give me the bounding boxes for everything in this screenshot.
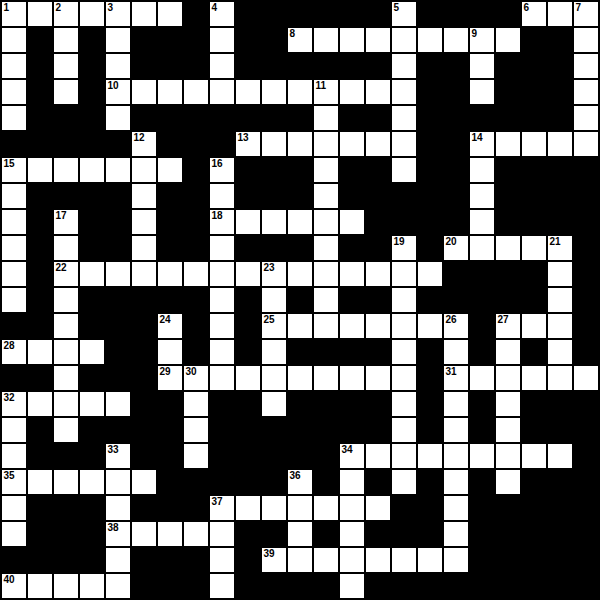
letter-cell[interactable] xyxy=(287,209,313,235)
letter-cell[interactable] xyxy=(209,79,235,105)
block-cell xyxy=(27,131,53,157)
letter-cell[interactable] xyxy=(209,521,235,547)
letter-cell[interactable] xyxy=(443,521,469,547)
letter-cell[interactable] xyxy=(391,443,417,469)
letter-cell[interactable] xyxy=(547,443,573,469)
letter-cell[interactable] xyxy=(443,339,469,365)
letter-cell[interactable] xyxy=(339,547,365,573)
letter-cell[interactable] xyxy=(391,27,417,53)
letter-cell[interactable] xyxy=(391,313,417,339)
letter-cell[interactable] xyxy=(131,261,157,287)
letter-cell[interactable] xyxy=(209,261,235,287)
letter-cell[interactable] xyxy=(547,261,573,287)
letter-cell[interactable]: 3 xyxy=(105,1,131,27)
letter-cell[interactable] xyxy=(27,157,53,183)
letter-cell[interactable] xyxy=(261,287,287,313)
letter-cell[interactable] xyxy=(573,365,599,391)
block-cell xyxy=(469,287,495,313)
letter-cell[interactable]: 32 xyxy=(1,391,27,417)
letter-cell[interactable] xyxy=(209,573,235,599)
letter-cell[interactable] xyxy=(27,469,53,495)
letter-cell[interactable] xyxy=(287,131,313,157)
clue-number: 18 xyxy=(212,210,223,221)
letter-cell[interactable] xyxy=(79,1,105,27)
letter-cell[interactable] xyxy=(79,157,105,183)
letter-cell[interactable] xyxy=(573,27,599,53)
block-cell xyxy=(469,495,495,521)
letter-cell[interactable] xyxy=(261,131,287,157)
letter-cell[interactable] xyxy=(157,521,183,547)
block-cell xyxy=(261,157,287,183)
letter-cell[interactable]: 37 xyxy=(209,495,235,521)
letter-cell[interactable]: 19 xyxy=(391,235,417,261)
letter-cell[interactable] xyxy=(573,79,599,105)
letter-cell[interactable] xyxy=(53,235,79,261)
letter-cell[interactable] xyxy=(261,391,287,417)
letter-cell[interactable] xyxy=(1,443,27,469)
letter-cell[interactable] xyxy=(313,495,339,521)
letter-cell[interactable] xyxy=(469,443,495,469)
letter-cell[interactable] xyxy=(53,365,79,391)
letter-cell[interactable] xyxy=(547,339,573,365)
letter-cell[interactable]: 16 xyxy=(209,157,235,183)
letter-cell[interactable]: 12 xyxy=(131,131,157,157)
letter-cell[interactable] xyxy=(79,469,105,495)
block-cell xyxy=(157,235,183,261)
letter-cell[interactable] xyxy=(105,469,131,495)
letter-cell[interactable]: 25 xyxy=(261,313,287,339)
letter-cell[interactable] xyxy=(417,313,443,339)
block-cell xyxy=(417,105,443,131)
letter-cell[interactable] xyxy=(53,417,79,443)
letter-cell[interactable] xyxy=(105,391,131,417)
block-cell xyxy=(79,209,105,235)
block-cell xyxy=(157,573,183,599)
letter-cell[interactable] xyxy=(105,157,131,183)
letter-cell[interactable] xyxy=(1,235,27,261)
letter-cell[interactable] xyxy=(235,79,261,105)
letter-cell[interactable]: 38 xyxy=(105,521,131,547)
letter-cell[interactable] xyxy=(391,547,417,573)
letter-cell[interactable] xyxy=(365,495,391,521)
block-cell xyxy=(547,573,573,599)
letter-cell[interactable] xyxy=(469,183,495,209)
letter-cell[interactable] xyxy=(287,365,313,391)
letter-cell[interactable] xyxy=(131,183,157,209)
letter-cell[interactable] xyxy=(339,573,365,599)
letter-cell[interactable] xyxy=(443,495,469,521)
letter-cell[interactable] xyxy=(53,27,79,53)
block-cell xyxy=(157,53,183,79)
letter-cell[interactable] xyxy=(1,105,27,131)
letter-cell[interactable] xyxy=(1,521,27,547)
letter-cell[interactable] xyxy=(417,27,443,53)
letter-cell[interactable] xyxy=(547,1,573,27)
letter-cell[interactable] xyxy=(339,365,365,391)
block-cell xyxy=(339,339,365,365)
letter-cell[interactable]: 11 xyxy=(313,79,339,105)
block-cell xyxy=(573,521,599,547)
letter-cell[interactable] xyxy=(469,53,495,79)
letter-cell[interactable]: 8 xyxy=(287,27,313,53)
letter-cell[interactable] xyxy=(365,313,391,339)
letter-cell[interactable] xyxy=(183,417,209,443)
letter-cell[interactable] xyxy=(313,209,339,235)
block-cell xyxy=(157,287,183,313)
letter-cell[interactable] xyxy=(261,209,287,235)
letter-cell[interactable] xyxy=(1,495,27,521)
letter-cell[interactable] xyxy=(261,365,287,391)
letter-cell[interactable] xyxy=(131,235,157,261)
letter-cell[interactable]: 22 xyxy=(53,261,79,287)
letter-cell[interactable] xyxy=(313,261,339,287)
letter-cell[interactable] xyxy=(209,27,235,53)
letter-cell[interactable] xyxy=(495,365,521,391)
letter-cell[interactable] xyxy=(391,79,417,105)
letter-cell[interactable] xyxy=(157,157,183,183)
letter-cell[interactable] xyxy=(105,573,131,599)
letter-cell[interactable] xyxy=(131,157,157,183)
letter-cell[interactable]: 33 xyxy=(105,443,131,469)
letter-cell[interactable] xyxy=(235,495,261,521)
block-cell xyxy=(105,209,131,235)
letter-cell[interactable] xyxy=(183,79,209,105)
letter-cell[interactable] xyxy=(391,261,417,287)
letter-cell[interactable] xyxy=(287,521,313,547)
letter-cell[interactable] xyxy=(183,521,209,547)
letter-cell[interactable] xyxy=(79,261,105,287)
letter-cell[interactable] xyxy=(105,105,131,131)
letter-cell[interactable] xyxy=(209,365,235,391)
letter-cell[interactable]: 18 xyxy=(209,209,235,235)
letter-cell[interactable] xyxy=(105,27,131,53)
letter-cell[interactable]: 5 xyxy=(391,1,417,27)
letter-cell[interactable] xyxy=(209,339,235,365)
letter-cell[interactable]: 20 xyxy=(443,235,469,261)
letter-cell[interactable] xyxy=(105,495,131,521)
letter-cell[interactable]: 40 xyxy=(1,573,27,599)
letter-cell[interactable] xyxy=(365,443,391,469)
letter-cell[interactable] xyxy=(183,443,209,469)
clue-number: 36 xyxy=(290,470,301,481)
letter-cell[interactable] xyxy=(313,183,339,209)
letter-cell[interactable] xyxy=(495,339,521,365)
letter-cell[interactable]: 9 xyxy=(469,27,495,53)
block-cell xyxy=(235,53,261,79)
letter-cell[interactable]: 36 xyxy=(287,469,313,495)
letter-cell[interactable] xyxy=(391,53,417,79)
clue-number: 27 xyxy=(498,314,509,325)
letter-cell[interactable] xyxy=(209,547,235,573)
letter-cell[interactable] xyxy=(391,391,417,417)
letter-cell[interactable] xyxy=(313,131,339,157)
block-cell xyxy=(365,235,391,261)
letter-cell[interactable] xyxy=(469,365,495,391)
block-cell xyxy=(521,391,547,417)
letter-cell[interactable]: 14 xyxy=(469,131,495,157)
letter-cell[interactable] xyxy=(235,209,261,235)
letter-cell[interactable] xyxy=(183,391,209,417)
clue-number: 37 xyxy=(212,496,223,507)
letter-cell[interactable] xyxy=(209,287,235,313)
letter-cell[interactable] xyxy=(27,339,53,365)
letter-cell[interactable] xyxy=(53,391,79,417)
letter-cell[interactable]: 21 xyxy=(547,235,573,261)
letter-cell[interactable] xyxy=(27,573,53,599)
letter-cell[interactable] xyxy=(209,183,235,209)
letter-cell[interactable] xyxy=(521,365,547,391)
letter-cell[interactable]: 23 xyxy=(261,261,287,287)
letter-cell[interactable] xyxy=(287,495,313,521)
letter-cell[interactable] xyxy=(547,365,573,391)
block-cell xyxy=(469,261,495,287)
letter-cell[interactable]: 13 xyxy=(235,131,261,157)
letter-cell[interactable] xyxy=(339,79,365,105)
letter-cell[interactable] xyxy=(1,287,27,313)
letter-cell[interactable]: 15 xyxy=(1,157,27,183)
letter-cell[interactable] xyxy=(365,547,391,573)
block-cell xyxy=(209,417,235,443)
letter-cell[interactable] xyxy=(339,261,365,287)
block-cell xyxy=(235,521,261,547)
letter-cell[interactable] xyxy=(547,131,573,157)
letter-cell[interactable] xyxy=(391,157,417,183)
letter-cell[interactable] xyxy=(53,469,79,495)
block-cell xyxy=(27,209,53,235)
letter-cell[interactable]: 24 xyxy=(157,313,183,339)
letter-cell[interactable] xyxy=(495,443,521,469)
block-cell xyxy=(339,183,365,209)
letter-cell[interactable] xyxy=(313,547,339,573)
letter-cell[interactable]: 35 xyxy=(1,469,27,495)
letter-cell[interactable] xyxy=(443,443,469,469)
block-cell xyxy=(469,105,495,131)
block-cell xyxy=(79,365,105,391)
letter-cell[interactable] xyxy=(131,469,157,495)
letter-cell[interactable] xyxy=(365,365,391,391)
letter-cell[interactable] xyxy=(573,53,599,79)
letter-cell[interactable]: 10 xyxy=(105,79,131,105)
letter-cell[interactable] xyxy=(235,261,261,287)
block-cell xyxy=(105,183,131,209)
letter-cell[interactable] xyxy=(313,105,339,131)
letter-cell[interactable] xyxy=(391,365,417,391)
letter-cell[interactable] xyxy=(391,105,417,131)
letter-cell[interactable] xyxy=(1,417,27,443)
clue-number: 39 xyxy=(264,548,275,559)
block-cell xyxy=(235,339,261,365)
block-cell xyxy=(547,495,573,521)
letter-cell[interactable] xyxy=(1,53,27,79)
block-cell xyxy=(27,235,53,261)
letter-cell[interactable] xyxy=(417,261,443,287)
letter-cell[interactable] xyxy=(469,235,495,261)
letter-cell[interactable] xyxy=(417,547,443,573)
letter-cell[interactable] xyxy=(443,417,469,443)
letter-cell[interactable] xyxy=(365,131,391,157)
letter-cell[interactable] xyxy=(391,417,417,443)
letter-cell[interactable] xyxy=(495,391,521,417)
block-cell xyxy=(183,287,209,313)
clue-number: 22 xyxy=(56,262,67,273)
letter-cell[interactable] xyxy=(287,547,313,573)
letter-cell[interactable] xyxy=(1,27,27,53)
letter-cell[interactable] xyxy=(339,313,365,339)
letter-cell[interactable] xyxy=(105,53,131,79)
letter-cell[interactable] xyxy=(157,1,183,27)
letter-cell[interactable] xyxy=(79,573,105,599)
block-cell xyxy=(79,235,105,261)
clue-number: 8 xyxy=(290,28,296,39)
letter-cell[interactable] xyxy=(313,287,339,313)
letter-cell[interactable]: 6 xyxy=(521,1,547,27)
letter-cell[interactable] xyxy=(287,313,313,339)
block-cell xyxy=(27,365,53,391)
letter-cell[interactable]: 7 xyxy=(573,1,599,27)
block-cell xyxy=(53,105,79,131)
letter-cell[interactable] xyxy=(157,261,183,287)
letter-cell[interactable] xyxy=(443,547,469,573)
letter-cell[interactable] xyxy=(53,79,79,105)
clue-number: 11 xyxy=(316,80,327,91)
letter-cell[interactable] xyxy=(53,287,79,313)
letter-cell[interactable] xyxy=(469,79,495,105)
letter-cell[interactable] xyxy=(547,313,573,339)
block-cell xyxy=(521,183,547,209)
letter-cell[interactable] xyxy=(365,79,391,105)
block-cell xyxy=(469,521,495,547)
letter-cell[interactable]: 26 xyxy=(443,313,469,339)
letter-cell[interactable] xyxy=(79,391,105,417)
letter-cell[interactable] xyxy=(573,131,599,157)
letter-cell[interactable] xyxy=(131,1,157,27)
letter-cell[interactable] xyxy=(573,105,599,131)
letter-cell[interactable] xyxy=(443,27,469,53)
letter-cell[interactable]: 39 xyxy=(261,547,287,573)
letter-cell[interactable] xyxy=(313,27,339,53)
letter-cell[interactable]: 2 xyxy=(53,1,79,27)
block-cell xyxy=(495,1,521,27)
letter-cell[interactable] xyxy=(521,313,547,339)
block-cell xyxy=(27,261,53,287)
block-cell xyxy=(365,183,391,209)
block-cell xyxy=(209,443,235,469)
letter-cell[interactable] xyxy=(105,261,131,287)
letter-cell[interactable] xyxy=(53,53,79,79)
letter-cell[interactable] xyxy=(105,547,131,573)
letter-cell[interactable] xyxy=(521,131,547,157)
block-cell xyxy=(391,521,417,547)
letter-cell[interactable] xyxy=(443,391,469,417)
letter-cell[interactable] xyxy=(1,261,27,287)
block-cell xyxy=(521,261,547,287)
letter-cell[interactable] xyxy=(53,313,79,339)
letter-cell[interactable] xyxy=(287,261,313,287)
letter-cell[interactable] xyxy=(209,313,235,339)
letter-cell[interactable] xyxy=(53,157,79,183)
block-cell xyxy=(131,391,157,417)
letter-cell[interactable] xyxy=(235,365,261,391)
letter-cell[interactable] xyxy=(365,261,391,287)
letter-cell[interactable]: 29 xyxy=(157,365,183,391)
block-cell xyxy=(443,105,469,131)
letter-cell[interactable]: 27 xyxy=(495,313,521,339)
letter-cell[interactable] xyxy=(53,573,79,599)
letter-cell[interactable] xyxy=(495,131,521,157)
letter-cell[interactable] xyxy=(547,287,573,313)
letter-cell[interactable] xyxy=(1,183,27,209)
letter-cell[interactable] xyxy=(313,157,339,183)
letter-cell[interactable] xyxy=(365,27,391,53)
letter-cell[interactable] xyxy=(521,235,547,261)
letter-cell[interactable]: 17 xyxy=(53,209,79,235)
letter-cell[interactable] xyxy=(391,287,417,313)
letter-cell[interactable] xyxy=(209,235,235,261)
letter-cell[interactable] xyxy=(313,313,339,339)
letter-cell[interactable] xyxy=(339,209,365,235)
letter-cell[interactable] xyxy=(469,209,495,235)
letter-cell[interactable] xyxy=(391,339,417,365)
letter-cell[interactable] xyxy=(339,27,365,53)
letter-cell[interactable] xyxy=(443,469,469,495)
letter-cell[interactable] xyxy=(495,235,521,261)
block-cell xyxy=(573,183,599,209)
block-cell xyxy=(417,469,443,495)
letter-cell[interactable] xyxy=(339,131,365,157)
block-cell xyxy=(417,131,443,157)
letter-cell[interactable] xyxy=(339,495,365,521)
letter-cell[interactable] xyxy=(417,443,443,469)
letter-cell[interactable] xyxy=(495,417,521,443)
letter-cell[interactable]: 34 xyxy=(339,443,365,469)
letter-cell[interactable] xyxy=(1,209,27,235)
letter-cell[interactable] xyxy=(339,469,365,495)
letter-cell[interactable] xyxy=(131,521,157,547)
letter-cell[interactable] xyxy=(53,339,79,365)
letter-cell[interactable]: 1 xyxy=(1,1,27,27)
letter-cell[interactable] xyxy=(79,339,105,365)
letter-cell[interactable] xyxy=(521,443,547,469)
letter-cell[interactable] xyxy=(131,79,157,105)
letter-cell[interactable] xyxy=(157,79,183,105)
letter-cell[interactable] xyxy=(287,79,313,105)
letter-cell[interactable] xyxy=(261,79,287,105)
letter-cell[interactable] xyxy=(27,391,53,417)
letter-cell[interactable]: 28 xyxy=(1,339,27,365)
letter-cell[interactable] xyxy=(261,495,287,521)
letter-cell[interactable] xyxy=(261,339,287,365)
letter-cell[interactable] xyxy=(469,157,495,183)
letter-cell[interactable] xyxy=(209,53,235,79)
letter-cell[interactable] xyxy=(391,131,417,157)
letter-cell[interactable] xyxy=(157,339,183,365)
letter-cell[interactable] xyxy=(339,521,365,547)
letter-cell[interactable] xyxy=(495,469,521,495)
block-cell xyxy=(131,105,157,131)
letter-cell[interactable] xyxy=(1,79,27,105)
letter-cell[interactable]: 30 xyxy=(183,365,209,391)
letter-cell[interactable]: 4 xyxy=(209,1,235,27)
letter-cell[interactable] xyxy=(183,261,209,287)
letter-cell[interactable] xyxy=(391,469,417,495)
letter-cell[interactable] xyxy=(131,209,157,235)
letter-cell[interactable]: 31 xyxy=(443,365,469,391)
letter-cell[interactable] xyxy=(27,1,53,27)
letter-cell[interactable] xyxy=(313,235,339,261)
block-cell xyxy=(287,287,313,313)
letter-cell[interactable] xyxy=(495,27,521,53)
letter-cell[interactable] xyxy=(313,365,339,391)
